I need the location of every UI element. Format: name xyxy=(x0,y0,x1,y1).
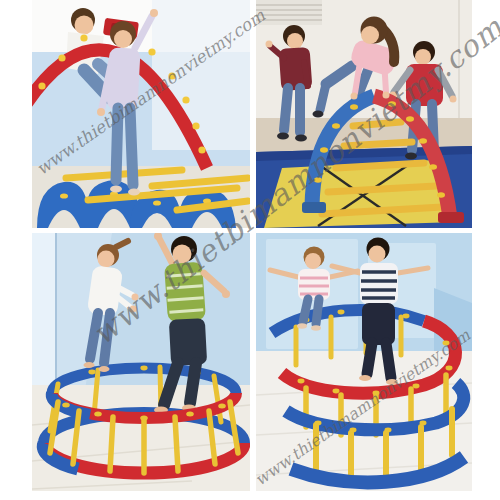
product-collage: www.thietbimamnonvietmy.com www.thietbim… xyxy=(0,0,500,500)
scene-ring-walkway xyxy=(32,233,250,491)
window-blind xyxy=(256,0,322,25)
photo-arch-climber xyxy=(256,0,472,228)
photo-ring-walkway xyxy=(32,233,250,491)
window-light xyxy=(32,233,56,395)
scene-arch-rockers xyxy=(32,0,250,228)
photo-s-curve-walkway xyxy=(256,233,472,491)
scene-s-curve xyxy=(256,233,472,491)
photo-arch-and-rockers xyxy=(32,0,250,228)
scene-arch-climber xyxy=(256,0,472,228)
